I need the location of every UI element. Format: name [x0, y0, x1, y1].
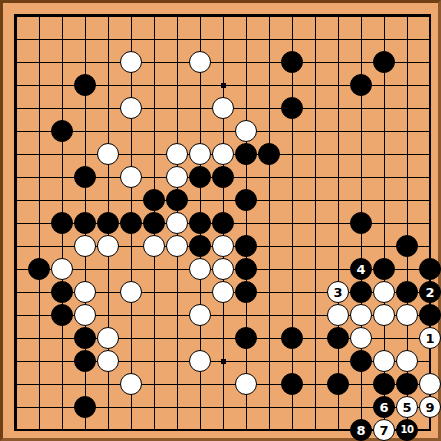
- stone-black-c11-r6: [258, 143, 280, 165]
- grid-line-vertical: [430, 16, 431, 431]
- stone-white-c16-r12: [373, 281, 395, 303]
- stone-black-c9-r9: [212, 212, 234, 234]
- stone-black-c6-r8: [143, 189, 165, 211]
- stone-black-c8-r9: [189, 212, 211, 234]
- stone-black-c12-r4: [281, 97, 303, 119]
- move-number-label: 4: [356, 263, 365, 276]
- stone-black-c12-r16: [281, 373, 303, 395]
- stone-white-c5-r16: [120, 373, 142, 395]
- stone-black-c9-r7: [212, 166, 234, 188]
- stone-white-c10-r16: [235, 373, 257, 395]
- stone-white-c9-r4: [212, 97, 234, 119]
- stone-black-c4-r9: [97, 212, 119, 234]
- stone-white-c16-r15: [373, 350, 395, 372]
- stone-white-c7-r9: [166, 212, 188, 234]
- move-2-stone-black: 2: [419, 281, 441, 303]
- stone-black-c10-r14: [235, 327, 257, 349]
- stone-black-c14-r16: [327, 373, 349, 395]
- stone-black-c16-r11: [373, 258, 395, 280]
- star-point: [221, 359, 226, 364]
- stone-white-c9-r6: [212, 143, 234, 165]
- stone-white-c7-r7: [166, 166, 188, 188]
- stone-black-c1-r11: [28, 258, 50, 280]
- stone-black-c3-r7: [74, 166, 96, 188]
- stone-black-c12-r14: [281, 327, 303, 349]
- move-10-stone-black: 10: [396, 419, 418, 441]
- stone-black-c5-r9: [120, 212, 142, 234]
- stone-black-c17-r16: [396, 373, 418, 395]
- stone-white-c4-r10: [97, 235, 119, 257]
- move-4-stone-black: 4: [350, 258, 372, 280]
- stone-white-c5-r2: [120, 51, 142, 73]
- move-number-label: 10: [401, 425, 414, 435]
- stone-white-c4-r14: [97, 327, 119, 349]
- grid-line-vertical: [246, 16, 247, 431]
- stone-white-c6-r10: [143, 235, 165, 257]
- move-number-label: 6: [379, 401, 388, 414]
- stone-white-c15-r13: [350, 304, 372, 326]
- stone-black-c15-r9: [350, 212, 372, 234]
- move-number-label: 5: [402, 401, 411, 414]
- stone-black-c15-r3: [350, 74, 372, 96]
- stone-white-c18-r16: [419, 373, 441, 395]
- stone-black-c14-r14: [327, 327, 349, 349]
- stone-white-c10-r5: [235, 120, 257, 142]
- stone-white-c5-r4: [120, 97, 142, 119]
- move-1-stone-white: 1: [419, 327, 441, 349]
- stone-white-c9-r12: [212, 281, 234, 303]
- stone-white-c15-r14: [350, 327, 372, 349]
- stone-black-c2-r12: [51, 281, 73, 303]
- stone-white-c8-r13: [189, 304, 211, 326]
- grid-line-vertical: [315, 16, 316, 431]
- stone-black-c17-r12: [396, 281, 418, 303]
- stone-black-c2-r9: [51, 212, 73, 234]
- stone-white-c8-r15: [189, 350, 211, 372]
- move-5-stone-white: 5: [396, 396, 418, 418]
- stone-white-c4-r6: [97, 143, 119, 165]
- stone-white-c4-r15: [97, 350, 119, 372]
- move-8-stone-black: 8: [350, 419, 372, 441]
- stone-black-c18-r11: [419, 258, 441, 280]
- stone-black-c10-r11: [235, 258, 257, 280]
- stone-black-c10-r12: [235, 281, 257, 303]
- stone-white-c16-r13: [373, 304, 395, 326]
- move-number-label: 7: [379, 424, 388, 437]
- stone-white-c2-r11: [51, 258, 73, 280]
- star-point: [221, 83, 226, 88]
- grid-line-vertical: [292, 16, 293, 431]
- stone-black-c2-r13: [51, 304, 73, 326]
- move-3-stone-white: 3: [327, 281, 349, 303]
- stone-white-c9-r11: [212, 258, 234, 280]
- stone-white-c8-r11: [189, 258, 211, 280]
- go-board: 43216598710: [3, 3, 438, 438]
- stone-black-c3-r17: [74, 396, 96, 418]
- grid-line-vertical: [269, 16, 270, 431]
- stone-black-c6-r9: [143, 212, 165, 234]
- grid-line-vertical: [338, 16, 339, 431]
- stone-black-c10-r6: [235, 143, 257, 165]
- move-number-label: 2: [425, 286, 434, 299]
- stone-black-c12-r2: [281, 51, 303, 73]
- stone-white-c5-r12: [120, 281, 142, 303]
- stone-black-c2-r5: [51, 120, 73, 142]
- move-number-label: 3: [333, 286, 342, 299]
- stone-black-c18-r13: [419, 304, 441, 326]
- stone-white-c14-r13: [327, 304, 349, 326]
- move-6-stone-black: 6: [373, 396, 395, 418]
- stone-black-c8-r10: [189, 235, 211, 257]
- stone-black-c16-r16: [373, 373, 395, 395]
- stone-black-c3-r9: [74, 212, 96, 234]
- move-7-stone-white: 7: [373, 419, 395, 441]
- stone-white-c8-r6: [189, 143, 211, 165]
- stone-black-c3-r14: [74, 327, 96, 349]
- move-number-label: 1: [425, 332, 434, 345]
- stone-white-c8-r2: [189, 51, 211, 73]
- stone-white-c5-r7: [120, 166, 142, 188]
- stone-black-c17-r10: [396, 235, 418, 257]
- stone-white-c17-r15: [396, 350, 418, 372]
- stone-black-c16-r2: [373, 51, 395, 73]
- stone-white-c3-r10: [74, 235, 96, 257]
- stone-white-c3-r13: [74, 304, 96, 326]
- stone-white-c7-r10: [166, 235, 188, 257]
- grid-line-horizontal: [16, 384, 431, 385]
- stone-black-c10-r10: [235, 235, 257, 257]
- stone-black-c3-r15: [74, 350, 96, 372]
- stone-black-c10-r8: [235, 189, 257, 211]
- move-number-label: 8: [356, 424, 365, 437]
- move-number-label: 9: [425, 401, 434, 414]
- stone-black-c15-r15: [350, 350, 372, 372]
- stone-black-c8-r7: [189, 166, 211, 188]
- stone-black-c3-r3: [74, 74, 96, 96]
- stone-black-c15-r12: [350, 281, 372, 303]
- move-9-stone-white: 9: [419, 396, 441, 418]
- stone-black-c7-r8: [166, 189, 188, 211]
- stone-white-c7-r6: [166, 143, 188, 165]
- stone-white-c3-r12: [74, 281, 96, 303]
- go-board-frame: 43216598710: [0, 0, 441, 441]
- stone-white-c17-r13: [396, 304, 418, 326]
- stone-white-c9-r10: [212, 235, 234, 257]
